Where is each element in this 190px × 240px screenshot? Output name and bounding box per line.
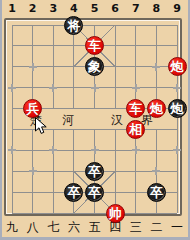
- file-label-bottom-3: 七: [45, 220, 61, 235]
- file-label-bottom-4: 六: [66, 220, 82, 235]
- piece-black-cannon[interactable]: 炮: [168, 99, 187, 118]
- file-label-bottom-1: 九: [4, 220, 20, 235]
- file-label-top-4: 4: [66, 2, 82, 16]
- piece-black-soldier[interactable]: 卒: [85, 162, 104, 181]
- window-edge-left: [0, 0, 2, 240]
- piece-black-soldier[interactable]: 卒: [147, 183, 166, 202]
- mouse-cursor-icon: [35, 117, 48, 135]
- window-edge-right: [188, 0, 190, 240]
- file-label-top-7: 7: [128, 2, 144, 16]
- piece-black-soldier[interactable]: 卒: [85, 183, 104, 202]
- file-label-top-9: 9: [169, 2, 185, 16]
- piece-black-general[interactable]: 将: [64, 16, 83, 35]
- file-label-top-1: 1: [4, 2, 20, 16]
- file-label-top-2: 2: [25, 2, 41, 16]
- file-label-top-3: 3: [45, 2, 61, 16]
- piece-red-cannon[interactable]: 炮: [168, 57, 187, 76]
- file-label-top-8: 8: [148, 2, 164, 16]
- piece-black-soldier[interactable]: 卒: [64, 183, 83, 202]
- xiangqi-app-window: 123456789 楚河 汉界 将车象炮兵车炮炮相卒卒卒卒帅 九八七六五四三二一: [0, 0, 190, 240]
- file-label-bottom-9: 一: [169, 220, 185, 235]
- piece-red-cannon[interactable]: 炮: [147, 99, 166, 118]
- file-label-bottom-5: 五: [87, 220, 103, 235]
- file-label-bottom-8: 二: [148, 220, 164, 235]
- file-label-top-6: 6: [107, 2, 123, 16]
- file-label-top-5: 5: [87, 2, 103, 16]
- piece-red-general[interactable]: 帅: [106, 204, 125, 223]
- file-label-bottom-2: 八: [25, 220, 41, 235]
- file-label-bottom-7: 三: [128, 220, 144, 235]
